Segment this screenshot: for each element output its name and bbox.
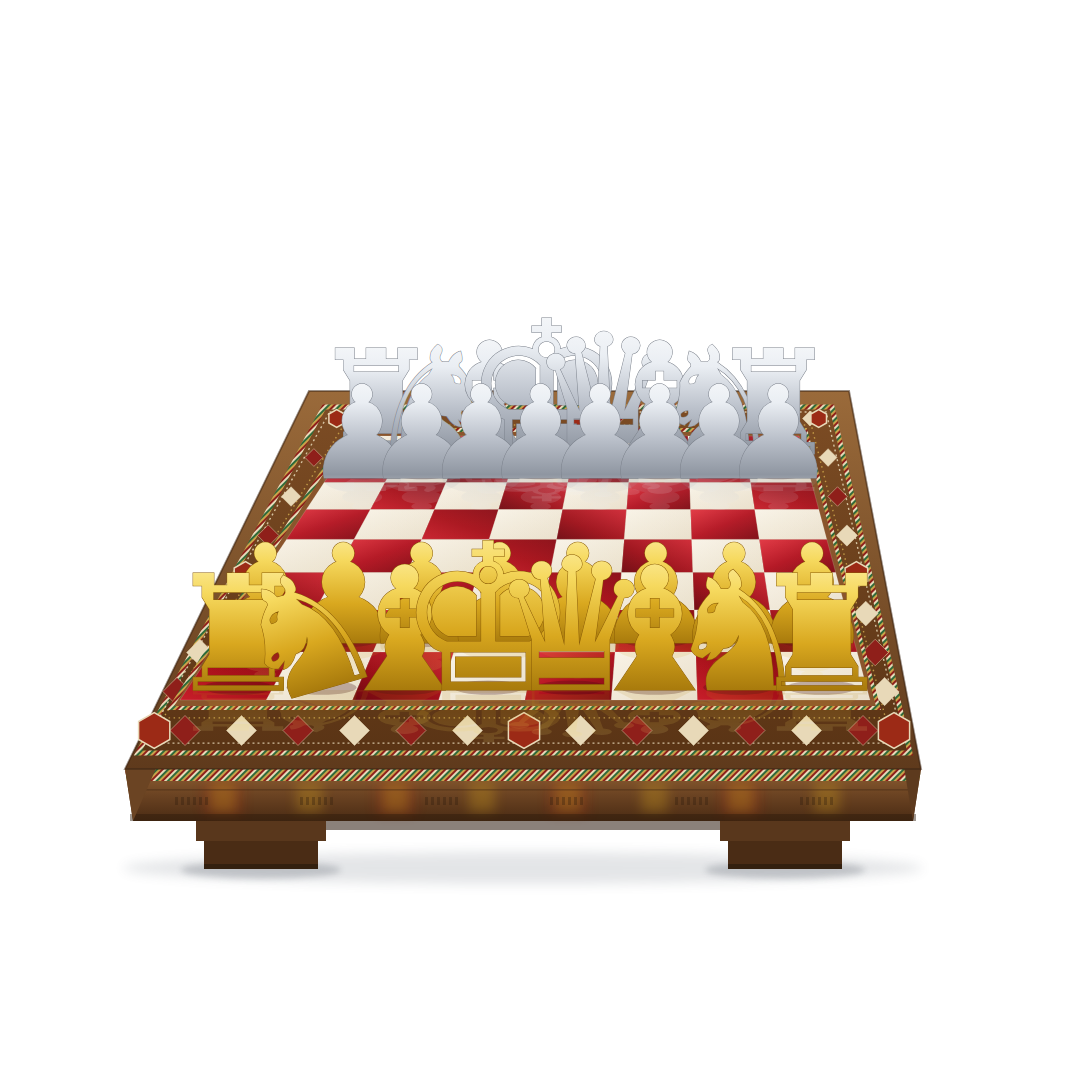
board-foot-right-edge — [728, 864, 842, 869]
front-stamp-mark — [580, 797, 583, 805]
front-stamp-mark — [687, 797, 690, 805]
front-stamp-mark — [455, 797, 458, 805]
front-stamp-mark — [693, 797, 696, 805]
front-stamp-mark — [824, 797, 827, 805]
pieces-layer: ♜♜♞♞♝♝♚♚♛♛♝♝♞♞♜♜♟♟♟♟♟♟♟♟♟♟♟♟♟♟♟♟♟♟♟♟♟♟♟♟… — [166, 281, 893, 757]
front-stamp-mark — [431, 797, 434, 805]
front-stamp-mark — [556, 797, 559, 805]
front-stamp-mark — [324, 797, 327, 805]
front-stamp-mark — [812, 797, 815, 805]
board-foot-left — [196, 821, 326, 841]
front-stamp-mark — [330, 797, 333, 805]
front-stamp-mark — [312, 797, 315, 805]
front-stamp-mark — [699, 797, 702, 805]
front-bottom-shade — [130, 814, 916, 821]
front-reflection-gold — [728, 782, 754, 812]
front-stamp-mark — [449, 797, 452, 805]
front-reflection-gold — [469, 782, 495, 812]
front-stamp-mark — [199, 797, 202, 805]
front-stamp-mark — [806, 797, 809, 805]
front-stamp-mark — [193, 797, 196, 805]
front-stamp-mark — [205, 797, 208, 805]
front-stamp-mark — [443, 797, 446, 805]
board-foot-left-edge — [204, 864, 318, 869]
box-underside-shadow — [326, 821, 720, 830]
front-stamp-mark — [306, 797, 309, 805]
front-stamp-mark — [550, 797, 553, 805]
front-stamp-mark — [705, 797, 708, 805]
front-stamp-mark — [675, 797, 678, 805]
front-reflection-gold — [383, 782, 409, 812]
front-stamp-mark — [830, 797, 833, 805]
chess-board-scene: ♜♜♞♞♝♝♚♚♛♛♝♝♞♞♜♜♟♟♟♟♟♟♟♟♟♟♟♟♟♟♟♟♟♟♟♟♟♟♟♟… — [0, 0, 1080, 1080]
front-stamp-mark — [437, 797, 440, 805]
front-stamp-mark — [300, 797, 303, 805]
front-reflection-gold — [641, 782, 667, 812]
front-stamp-mark — [318, 797, 321, 805]
front-stamp-mark — [181, 797, 184, 805]
front-seam — [128, 789, 916, 791]
front-inlay-band — [125, 769, 921, 781]
front-stamp-mark — [175, 797, 178, 805]
front-stamp-mark — [800, 797, 803, 805]
product-photo: ♜♜♞♞♝♝♚♚♛♛♝♝♞♞♜♜♟♟♟♟♟♟♟♟♟♟♟♟♟♟♟♟♟♟♟♟♟♟♟♟… — [0, 0, 1080, 1080]
piece-silver-pawn-h7: ♟ — [721, 358, 837, 508]
board-foot-right — [720, 821, 850, 841]
front-stamp-mark — [574, 797, 577, 805]
front-stamp-mark — [187, 797, 190, 805]
front-stamp-mark — [568, 797, 571, 805]
front-reflection-gold — [210, 782, 236, 812]
front-stamp-mark — [818, 797, 821, 805]
front-stamp-mark — [681, 797, 684, 805]
front-stamp-mark — [562, 797, 565, 805]
piece-gold-rook-h1: ♜ — [750, 541, 893, 728]
front-stamp-mark — [425, 797, 428, 805]
